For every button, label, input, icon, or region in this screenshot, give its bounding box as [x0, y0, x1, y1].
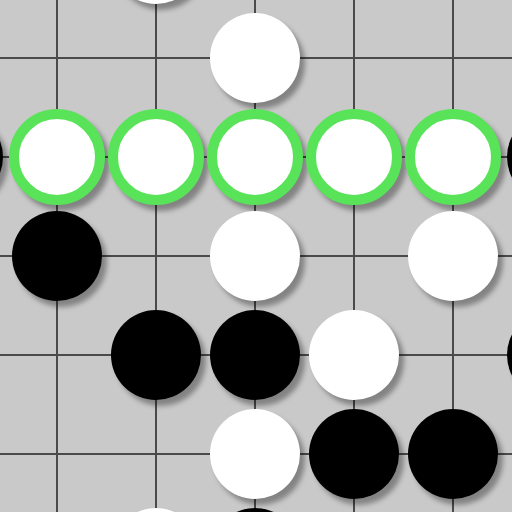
stone-white-winning: [108, 109, 204, 205]
stone-white: [111, 0, 201, 4]
stone-black: [210, 310, 300, 400]
stone-black: [111, 310, 201, 400]
gomoku-board[interactable]: [0, 0, 512, 512]
stone-white: [210, 211, 300, 301]
stone-white: [309, 310, 399, 400]
stone-black: [507, 310, 512, 400]
stone-white-winning: [9, 109, 105, 205]
stone-black: [408, 409, 498, 499]
stone-white: [111, 508, 201, 512]
stone-white-winning: [207, 109, 303, 205]
stone-black: [309, 409, 399, 499]
stone-white-winning: [306, 109, 402, 205]
stone-white-winning: [405, 109, 501, 205]
stone-white: [210, 409, 300, 499]
stone-black: [210, 508, 300, 512]
stone-black: [507, 112, 512, 202]
stone-black: [0, 112, 3, 202]
stone-black: [12, 211, 102, 301]
stone-white: [210, 13, 300, 103]
stone-white: [408, 211, 498, 301]
